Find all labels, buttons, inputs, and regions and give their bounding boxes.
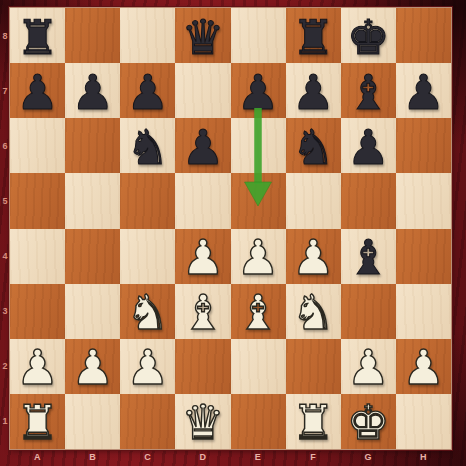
white-queen[interactable]: ♛ bbox=[181, 398, 224, 446]
rank-label-2: 2 bbox=[0, 339, 10, 394]
file-label-d: D bbox=[175, 450, 230, 463]
square-e8[interactable] bbox=[231, 8, 286, 63]
chess-board-frame: 87654321 ABCDEFGH ♜♛♜♚♟♟♟♟♟♝♟♞♟♞♟♟♟♟♝♞♝♝… bbox=[0, 0, 466, 466]
square-h1[interactable] bbox=[396, 394, 451, 449]
square-b6[interactable] bbox=[65, 118, 120, 173]
square-a8[interactable]: ♜ bbox=[10, 8, 65, 63]
square-d7[interactable] bbox=[175, 63, 230, 118]
square-c7[interactable]: ♟ bbox=[120, 63, 175, 118]
square-d5[interactable] bbox=[175, 173, 230, 228]
black-pawn[interactable]: ♟ bbox=[181, 123, 224, 171]
white-pawn[interactable]: ♟ bbox=[126, 343, 169, 391]
white-pawn[interactable]: ♟ bbox=[237, 233, 280, 281]
square-b2[interactable]: ♟ bbox=[65, 339, 120, 394]
white-pawn[interactable]: ♟ bbox=[181, 233, 224, 281]
file-label-a: A bbox=[10, 450, 65, 463]
square-a4[interactable] bbox=[10, 229, 65, 284]
square-g3[interactable] bbox=[341, 284, 396, 339]
file-labels: ABCDEFGH bbox=[10, 450, 451, 463]
square-a5[interactable] bbox=[10, 173, 65, 228]
black-pawn[interactable]: ♟ bbox=[237, 68, 280, 116]
black-rook[interactable]: ♜ bbox=[292, 13, 335, 61]
rank-label-8: 8 bbox=[0, 8, 10, 63]
square-g5[interactable] bbox=[341, 173, 396, 228]
square-d2[interactable] bbox=[175, 339, 230, 394]
black-pawn[interactable]: ♟ bbox=[402, 68, 445, 116]
square-g2[interactable]: ♟ bbox=[341, 339, 396, 394]
square-h3[interactable] bbox=[396, 284, 451, 339]
square-b8[interactable] bbox=[65, 8, 120, 63]
square-f8[interactable]: ♜ bbox=[286, 8, 341, 63]
square-h6[interactable] bbox=[396, 118, 451, 173]
square-e4[interactable]: ♟ bbox=[231, 229, 286, 284]
square-h7[interactable]: ♟ bbox=[396, 63, 451, 118]
file-label-c: C bbox=[120, 450, 175, 463]
white-bishop[interactable]: ♝ bbox=[181, 288, 224, 336]
square-c1[interactable] bbox=[120, 394, 175, 449]
square-f4[interactable]: ♟ bbox=[286, 229, 341, 284]
square-h5[interactable] bbox=[396, 173, 451, 228]
square-d6[interactable]: ♟ bbox=[175, 118, 230, 173]
white-pawn[interactable]: ♟ bbox=[292, 233, 335, 281]
file-label-g: G bbox=[341, 450, 396, 463]
rank-label-4: 4 bbox=[0, 229, 10, 284]
square-g6[interactable]: ♟ bbox=[341, 118, 396, 173]
square-e3[interactable]: ♝ bbox=[231, 284, 286, 339]
white-rook[interactable]: ♜ bbox=[16, 398, 59, 446]
black-pawn[interactable]: ♟ bbox=[16, 68, 59, 116]
black-king[interactable]: ♚ bbox=[347, 13, 390, 61]
white-pawn[interactable]: ♟ bbox=[347, 343, 390, 391]
rank-label-1: 1 bbox=[0, 394, 10, 449]
rank-labels: 87654321 bbox=[0, 8, 10, 449]
square-c6[interactable]: ♞ bbox=[120, 118, 175, 173]
square-h2[interactable]: ♟ bbox=[396, 339, 451, 394]
square-a3[interactable] bbox=[10, 284, 65, 339]
white-bishop[interactable]: ♝ bbox=[237, 288, 280, 336]
black-knight[interactable]: ♞ bbox=[292, 123, 335, 171]
square-b3[interactable] bbox=[65, 284, 120, 339]
square-d1[interactable]: ♛ bbox=[175, 394, 230, 449]
rank-label-6: 6 bbox=[0, 118, 10, 173]
rank-label-3: 3 bbox=[0, 284, 10, 339]
square-d3[interactable]: ♝ bbox=[175, 284, 230, 339]
square-c4[interactable] bbox=[120, 229, 175, 284]
white-rook[interactable]: ♜ bbox=[292, 398, 335, 446]
square-g7[interactable]: ♝ bbox=[341, 63, 396, 118]
rank-label-7: 7 bbox=[0, 63, 10, 118]
rank-label-5: 5 bbox=[0, 173, 10, 228]
square-c3[interactable]: ♞ bbox=[120, 284, 175, 339]
square-b4[interactable] bbox=[65, 229, 120, 284]
square-c2[interactable]: ♟ bbox=[120, 339, 175, 394]
square-e1[interactable] bbox=[231, 394, 286, 449]
white-pawn[interactable]: ♟ bbox=[16, 343, 59, 391]
file-label-e: E bbox=[231, 450, 286, 463]
chess-board: ♜♛♜♚♟♟♟♟♟♝♟♞♟♞♟♟♟♟♝♞♝♝♞♟♟♟♟♟♜♛♜♚ bbox=[10, 8, 451, 449]
black-pawn[interactable]: ♟ bbox=[347, 123, 390, 171]
square-h4[interactable] bbox=[396, 229, 451, 284]
white-knight[interactable]: ♞ bbox=[126, 288, 169, 336]
black-bishop[interactable]: ♝ bbox=[347, 68, 390, 116]
file-label-h: H bbox=[396, 450, 451, 463]
square-b1[interactable] bbox=[65, 394, 120, 449]
square-g8[interactable]: ♚ bbox=[341, 8, 396, 63]
file-label-f: F bbox=[286, 450, 341, 463]
black-pawn[interactable]: ♟ bbox=[71, 68, 114, 116]
square-b7[interactable]: ♟ bbox=[65, 63, 120, 118]
square-f2[interactable] bbox=[286, 339, 341, 394]
square-d8[interactable]: ♛ bbox=[175, 8, 230, 63]
square-f5[interactable] bbox=[286, 173, 341, 228]
black-bishop[interactable]: ♝ bbox=[347, 233, 390, 281]
square-e5[interactable] bbox=[231, 173, 286, 228]
square-a7[interactable]: ♟ bbox=[10, 63, 65, 118]
square-g1[interactable]: ♚ bbox=[341, 394, 396, 449]
black-rook[interactable]: ♜ bbox=[16, 13, 59, 61]
square-d4[interactable]: ♟ bbox=[175, 229, 230, 284]
file-label-b: B bbox=[65, 450, 120, 463]
black-pawn[interactable]: ♟ bbox=[292, 68, 335, 116]
black-pawn[interactable]: ♟ bbox=[126, 68, 169, 116]
square-b5[interactable] bbox=[65, 173, 120, 228]
square-e6[interactable] bbox=[231, 118, 286, 173]
square-a1[interactable]: ♜ bbox=[10, 394, 65, 449]
square-f6[interactable]: ♞ bbox=[286, 118, 341, 173]
square-c8[interactable] bbox=[120, 8, 175, 63]
square-e7[interactable]: ♟ bbox=[231, 63, 286, 118]
square-e2[interactable] bbox=[231, 339, 286, 394]
white-pawn[interactable]: ♟ bbox=[71, 343, 114, 391]
square-g4[interactable]: ♝ bbox=[341, 229, 396, 284]
square-f7[interactable]: ♟ bbox=[286, 63, 341, 118]
white-king[interactable]: ♚ bbox=[347, 398, 390, 446]
black-knight[interactable]: ♞ bbox=[126, 123, 169, 171]
square-c5[interactable] bbox=[120, 173, 175, 228]
square-h8[interactable] bbox=[396, 8, 451, 63]
square-a2[interactable]: ♟ bbox=[10, 339, 65, 394]
square-a6[interactable] bbox=[10, 118, 65, 173]
square-f3[interactable]: ♞ bbox=[286, 284, 341, 339]
black-queen[interactable]: ♛ bbox=[181, 13, 224, 61]
white-knight[interactable]: ♞ bbox=[292, 288, 335, 336]
white-pawn[interactable]: ♟ bbox=[402, 343, 445, 391]
square-f1[interactable]: ♜ bbox=[286, 394, 341, 449]
